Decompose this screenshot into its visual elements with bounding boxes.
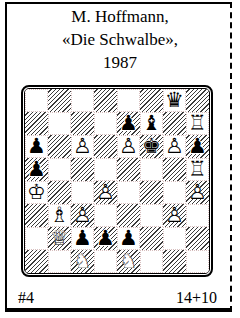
square-h1 [186,250,209,273]
white-knight: ♘ [117,250,140,273]
square-d3 [94,204,117,227]
stipulation: #4 [18,289,34,307]
chess-board-inner: ♛♛♟♟♝♝♜♖♟♟♟♙♟♙♚♚♟♙♟♟♟♟♜♖♚♔♟♙♟♙♝♗♟♙♟♙♛♕♟♟… [24,88,210,274]
white-king-fill: ♚ [25,181,48,204]
square-h5: ♜♖ [186,158,209,181]
black-king-fill: ♚ [140,135,163,158]
square-f4 [140,181,163,204]
square-d2: ♟♟ [94,227,117,250]
white-pawn: ♙ [186,181,209,204]
white-king: ♔ [25,181,48,204]
square-b5 [48,158,71,181]
black-bishop-fill: ♝ [140,112,163,135]
square-h4: ♟♙ [186,181,209,204]
square-e5 [117,158,140,181]
black-pawn-fill: ♟ [71,227,94,250]
white-pawn-fill: ♟ [186,181,209,204]
composer-name: M. Hoffmann, [0,5,240,28]
black-pawn-fill: ♟ [25,158,48,181]
square-b4 [48,181,71,204]
square-g4 [163,181,186,204]
square-g8: ♛♛ [163,89,186,112]
square-a4: ♚♔ [25,181,48,204]
black-pawn: ♟ [186,135,209,158]
square-f3 [140,204,163,227]
white-pawn: ♙ [94,181,117,204]
square-g5 [163,158,186,181]
square-d1 [94,250,117,273]
black-pawn: ♟ [117,112,140,135]
black-pawn-fill: ♟ [25,135,48,158]
square-c5 [71,158,94,181]
square-e7: ♟♟ [117,112,140,135]
square-e1: ♞♘ [117,250,140,273]
square-b6 [48,135,71,158]
material-count: 14+10 [176,289,217,307]
square-b2: ♛♕ [48,227,71,250]
square-b1 [48,250,71,273]
square-f7: ♝♝ [140,112,163,135]
white-queen: ♕ [48,227,71,250]
black-pawn-fill: ♟ [117,227,140,250]
square-f1 [140,250,163,273]
white-pawn-fill: ♟ [94,181,117,204]
square-e2: ♟♟ [117,227,140,250]
square-h2 [186,227,209,250]
black-pawn-fill: ♟ [186,135,209,158]
black-bishop: ♝ [140,112,163,135]
white-pawn-fill: ♟ [71,135,94,158]
square-d7 [94,112,117,135]
white-rook: ♖ [186,112,209,135]
black-pawn: ♟ [94,227,117,250]
black-pawn: ♟ [25,135,48,158]
square-c7 [71,112,94,135]
square-d5 [94,158,117,181]
square-d6 [94,135,117,158]
white-pawn-fill: ♟ [163,204,186,227]
square-h6: ♟♟ [186,135,209,158]
square-h7: ♜♖ [186,112,209,135]
square-c8 [71,89,94,112]
square-e3 [117,204,140,227]
square-c4 [71,181,94,204]
square-f8 [140,89,163,112]
black-pawn-fill: ♟ [117,112,140,135]
black-pawn: ♟ [117,227,140,250]
square-e8 [117,89,140,112]
black-pawn: ♟ [25,158,48,181]
square-b8 [48,89,71,112]
square-a5: ♟♟ [25,158,48,181]
square-g6: ♟♙ [163,135,186,158]
square-a3 [25,204,48,227]
white-knight-fill: ♞ [71,250,94,273]
square-c1: ♞♘ [71,250,94,273]
square-a7 [25,112,48,135]
square-g2 [163,227,186,250]
black-pawn-fill: ♟ [94,227,117,250]
square-c3: ♟♙ [71,204,94,227]
source-publication: «Die Schwalbe», [0,28,240,51]
black-king: ♚ [140,135,163,158]
problem-caption: #4 14+10 [18,289,217,307]
white-pawn: ♙ [71,204,94,227]
white-pawn: ♙ [117,135,140,158]
white-pawn-fill: ♟ [163,135,186,158]
square-a6: ♟♟ [25,135,48,158]
publication-year: 1987 [0,51,240,74]
white-knight-fill: ♞ [117,250,140,273]
white-pawn: ♙ [163,204,186,227]
square-g7 [163,112,186,135]
chess-board: ♛♛♟♟♝♝♜♖♟♟♟♙♟♙♚♚♟♙♟♟♟♟♜♖♚♔♟♙♟♙♝♗♟♙♟♙♛♕♟♟… [21,85,213,277]
white-pawn: ♙ [71,135,94,158]
square-f6: ♚♚ [140,135,163,158]
square-f2 [140,227,163,250]
square-h8 [186,89,209,112]
white-pawn-fill: ♟ [71,204,94,227]
square-d4: ♟♙ [94,181,117,204]
square-a2 [25,227,48,250]
square-b3: ♝♗ [48,204,71,227]
square-c2: ♟♟ [71,227,94,250]
square-g3: ♟♙ [163,204,186,227]
white-pawn-fill: ♟ [117,135,140,158]
problem-header: M. Hoffmann, «Die Schwalbe», 1987 [0,5,240,74]
white-rook-fill: ♜ [186,158,209,181]
square-d8 [94,89,117,112]
white-knight: ♘ [71,250,94,273]
white-rook: ♖ [186,158,209,181]
white-bishop-fill: ♝ [48,204,71,227]
square-e6: ♟♙ [117,135,140,158]
square-c6: ♟♙ [71,135,94,158]
black-pawn: ♟ [71,227,94,250]
board-grid: ♛♛♟♟♝♝♜♖♟♟♟♙♟♙♚♚♟♙♟♟♟♟♜♖♚♔♟♙♟♙♝♗♟♙♟♙♛♕♟♟… [25,89,209,273]
black-queen: ♛ [163,89,186,112]
square-g1 [163,250,186,273]
square-e4 [117,181,140,204]
square-a8 [25,89,48,112]
square-f5 [140,158,163,181]
square-b7 [48,112,71,135]
white-bishop: ♗ [48,204,71,227]
square-h3 [186,204,209,227]
black-queen-fill: ♛ [163,89,186,112]
white-queen-fill: ♛ [48,227,71,250]
square-a1 [25,250,48,273]
white-rook-fill: ♜ [186,112,209,135]
white-pawn: ♙ [163,135,186,158]
